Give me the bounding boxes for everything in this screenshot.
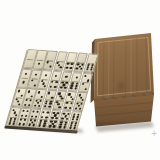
pip-dot [24,103,27,105]
pip-dot [55,81,58,83]
pip-dot [49,125,52,127]
wood-knot [118,82,124,91]
pip-dot [46,61,49,63]
pip-dot [32,110,35,112]
pip-dot [75,76,78,78]
tile-half [68,121,78,130]
pip-dot [27,90,30,92]
pip-dot [34,74,37,76]
pip-dot [60,86,63,88]
pip-dot [26,110,29,112]
pip-dot [39,100,42,102]
pip-dot [36,111,39,113]
pip-dot [48,105,51,107]
tile-half [33,99,43,108]
pip-dot [32,124,35,126]
pip-dot [59,66,62,68]
pip-dot [18,123,21,125]
tile-half [85,63,95,72]
pip-dot [81,83,84,85]
tile-half [28,118,38,127]
pip-dot [70,87,73,89]
tile-half [39,79,49,88]
pip-dot [24,118,27,120]
tile-half [36,90,46,99]
pip-dot [86,68,89,70]
pip-dot [12,122,15,124]
tile-half [82,74,92,83]
tile-half [51,72,61,81]
pip-dot [80,103,83,105]
pip-dot [42,111,45,113]
pip-dot [33,84,36,86]
pip-dot [55,75,58,77]
pip-dot [22,110,25,112]
pip-dot [70,102,73,104]
pip-dot [67,62,70,64]
tile-half [40,110,50,119]
pip-dot [74,87,77,89]
tile-half [49,80,59,89]
pip-dot [79,107,82,109]
pip-dot [34,104,37,106]
pip-dot [22,123,25,125]
tile-half [41,71,51,80]
pip-dot [18,103,21,105]
pip-dot [57,112,60,114]
pip-dot [43,124,46,126]
pip-dot [61,117,64,119]
pip-dot [38,91,41,93]
pip-dot [54,120,57,122]
tile-half [79,82,89,91]
tile-half [47,51,57,60]
pip-dot [44,85,47,87]
pip-dot [84,75,87,77]
pip-dot [20,114,23,116]
pip-dot [53,125,56,127]
pip-dot [24,73,27,75]
pip-dot [19,118,22,120]
pip-dot [31,79,34,81]
pip-dot [17,90,20,92]
pip-dot [28,104,31,106]
pip-dot [54,86,57,88]
pip-dot [68,107,71,109]
pip-dot [59,126,62,128]
pip-dot [38,63,41,65]
pip-dot [65,82,68,84]
pip-dot [29,99,32,101]
pip-dot [25,99,28,101]
pip-dot [67,113,70,115]
pip-dot [90,69,93,71]
pip-dot [64,106,67,108]
tile-half [38,119,48,128]
tile-half [44,60,54,69]
tile-half [54,61,64,70]
tile-half [71,112,81,121]
pip-dot [41,116,44,118]
pip-dot [22,81,25,83]
pip-dot [45,74,48,76]
pip-dot [50,85,53,87]
pip-dot [66,102,69,104]
tile-half [57,52,67,61]
tile-half [87,54,97,63]
pip-dot [64,86,67,88]
pip-dot [73,127,76,129]
tile-half [74,101,84,110]
pip-dot [38,104,41,106]
tile-half [30,110,40,119]
tile-half [46,91,56,100]
pip-dot [81,63,84,65]
photo-scene: + [0,0,160,160]
pip-dot [75,68,78,70]
pip-dot [69,67,72,69]
pip-dot [34,119,37,121]
pip-dot [71,118,74,120]
pip-dot [80,68,83,70]
pip-dot [49,66,52,68]
pip-dot [46,111,49,113]
pip-dot [58,106,61,108]
tile-half [43,99,53,108]
pip-dot [48,92,51,94]
pip-dot [51,117,54,119]
pip-dot [8,122,11,124]
pip-dot [65,76,68,78]
plus-artifact: + [149,129,159,139]
pip-dot [69,126,72,128]
pip-dot [63,126,66,128]
pip-dot [31,115,34,117]
pip-dot [74,107,77,109]
pip-dot [44,105,47,107]
pip-dot [28,123,31,125]
pip-dot [84,88,87,90]
pip-dot [71,62,74,64]
pip-dot [51,81,54,83]
pip-dot [38,124,41,126]
pip-dot [65,67,68,69]
tile-half [76,93,86,102]
